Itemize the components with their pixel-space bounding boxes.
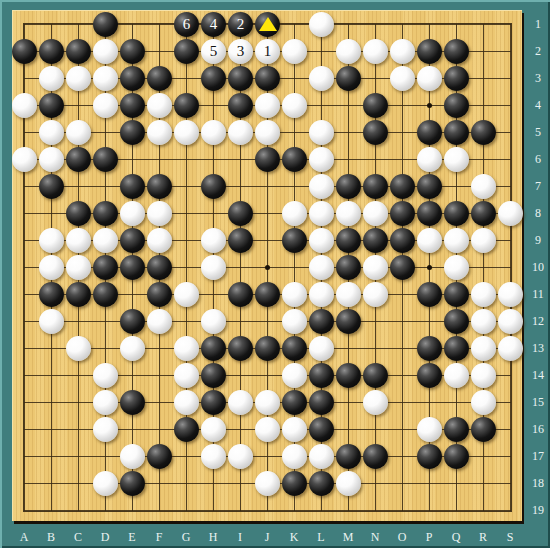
board-point[interactable] (254, 119, 281, 146)
board-point[interactable] (146, 92, 173, 119)
board-point[interactable] (200, 281, 227, 308)
board-point[interactable] (308, 92, 335, 119)
board-point[interactable] (470, 497, 497, 524)
board-point[interactable] (497, 65, 524, 92)
board-point[interactable] (254, 362, 281, 389)
board-point[interactable] (497, 173, 524, 200)
board-point[interactable] (38, 443, 65, 470)
goban[interactable]: 642531 (12, 10, 522, 521)
board-point[interactable] (335, 38, 362, 65)
board-point[interactable] (281, 227, 308, 254)
board-point[interactable] (389, 65, 416, 92)
board-point[interactable] (497, 416, 524, 443)
board-point[interactable] (254, 146, 281, 173)
board-point[interactable] (119, 146, 146, 173)
board-point[interactable] (443, 200, 470, 227)
board-point[interactable] (308, 173, 335, 200)
board-point[interactable] (335, 200, 362, 227)
board-point[interactable] (497, 497, 524, 524)
board-point[interactable] (11, 11, 38, 38)
board-point[interactable] (497, 362, 524, 389)
board-point[interactable] (416, 308, 443, 335)
board-point[interactable] (65, 254, 92, 281)
board-point[interactable] (416, 497, 443, 524)
board-point[interactable] (416, 38, 443, 65)
board-point[interactable] (470, 362, 497, 389)
board-point[interactable] (92, 200, 119, 227)
board-point[interactable] (281, 335, 308, 362)
board-point[interactable] (308, 281, 335, 308)
board-point[interactable] (119, 200, 146, 227)
board-point[interactable] (11, 38, 38, 65)
board-point[interactable] (335, 227, 362, 254)
board-point[interactable] (65, 227, 92, 254)
board-point[interactable] (335, 389, 362, 416)
board-point[interactable] (38, 227, 65, 254)
board-point[interactable] (362, 92, 389, 119)
board-point[interactable] (308, 470, 335, 497)
board-point[interactable] (146, 443, 173, 470)
board-point[interactable] (416, 335, 443, 362)
board-point[interactable] (416, 119, 443, 146)
board-point[interactable] (227, 470, 254, 497)
board-point[interactable] (335, 443, 362, 470)
board-point[interactable] (146, 200, 173, 227)
board-point[interactable] (470, 254, 497, 281)
board-point[interactable] (497, 200, 524, 227)
board-point[interactable] (200, 335, 227, 362)
board-point[interactable] (227, 443, 254, 470)
board-point[interactable] (38, 362, 65, 389)
board-point[interactable] (92, 38, 119, 65)
board-point[interactable] (362, 11, 389, 38)
board-point[interactable] (227, 308, 254, 335)
board-point[interactable] (119, 65, 146, 92)
board-point[interactable] (362, 254, 389, 281)
board-point[interactable] (173, 254, 200, 281)
board-point[interactable] (11, 497, 38, 524)
board-point[interactable] (11, 443, 38, 470)
board-point[interactable] (119, 281, 146, 308)
board-point[interactable] (92, 227, 119, 254)
board-point[interactable] (497, 92, 524, 119)
board-point[interactable] (416, 11, 443, 38)
board-point[interactable] (92, 281, 119, 308)
board-point[interactable] (11, 362, 38, 389)
board-point[interactable] (65, 38, 92, 65)
board-point[interactable] (11, 65, 38, 92)
board-point[interactable] (92, 362, 119, 389)
board-point[interactable] (308, 227, 335, 254)
board-point[interactable] (65, 308, 92, 335)
board-point[interactable] (443, 470, 470, 497)
board-point[interactable] (416, 200, 443, 227)
board-point[interactable] (119, 92, 146, 119)
board-point[interactable] (146, 38, 173, 65)
board-point[interactable] (11, 308, 38, 335)
board-point[interactable] (254, 65, 281, 92)
board-point[interactable] (146, 281, 173, 308)
board-point[interactable] (254, 389, 281, 416)
board-point[interactable] (470, 281, 497, 308)
board-point[interactable] (254, 470, 281, 497)
board-point[interactable] (335, 92, 362, 119)
board-point[interactable] (443, 173, 470, 200)
board-point[interactable] (254, 497, 281, 524)
board-point[interactable] (308, 335, 335, 362)
board-point[interactable] (227, 281, 254, 308)
board-point[interactable] (416, 146, 443, 173)
board-point[interactable] (38, 119, 65, 146)
board-point[interactable] (443, 92, 470, 119)
board-point[interactable] (146, 497, 173, 524)
board-point[interactable] (173, 281, 200, 308)
board-point[interactable] (38, 92, 65, 119)
board-point[interactable] (335, 470, 362, 497)
board-point[interactable] (200, 362, 227, 389)
board-point[interactable] (65, 281, 92, 308)
board-point[interactable] (119, 119, 146, 146)
board-point[interactable] (65, 146, 92, 173)
board-point[interactable] (173, 497, 200, 524)
board-point[interactable] (308, 11, 335, 38)
board-point[interactable] (38, 389, 65, 416)
board-point[interactable] (38, 38, 65, 65)
board-point[interactable] (389, 92, 416, 119)
board-point[interactable] (497, 146, 524, 173)
board-point[interactable] (497, 227, 524, 254)
board-point[interactable] (119, 11, 146, 38)
board-point[interactable] (146, 119, 173, 146)
board-point[interactable] (308, 65, 335, 92)
board-point[interactable] (11, 335, 38, 362)
board-point[interactable] (38, 254, 65, 281)
board-point[interactable] (227, 227, 254, 254)
board-point[interactable] (65, 362, 92, 389)
board-point[interactable] (38, 335, 65, 362)
board-point[interactable] (173, 38, 200, 65)
board-point[interactable] (443, 443, 470, 470)
board-point[interactable] (389, 200, 416, 227)
board-point[interactable] (416, 173, 443, 200)
board-point[interactable] (362, 38, 389, 65)
board-point[interactable] (281, 362, 308, 389)
board-point[interactable] (416, 254, 443, 281)
board-point[interactable] (38, 470, 65, 497)
board-point[interactable] (65, 470, 92, 497)
board-point[interactable] (362, 335, 389, 362)
board-point[interactable] (335, 362, 362, 389)
board-point[interactable] (227, 65, 254, 92)
board-point[interactable] (497, 38, 524, 65)
board-point[interactable] (281, 254, 308, 281)
board-point[interactable] (173, 335, 200, 362)
board-point[interactable] (254, 416, 281, 443)
board-point[interactable] (200, 416, 227, 443)
board-point[interactable] (281, 65, 308, 92)
board-point[interactable] (443, 65, 470, 92)
board-point[interactable] (146, 227, 173, 254)
board-point[interactable] (470, 308, 497, 335)
board-point[interactable] (38, 65, 65, 92)
board-point[interactable] (227, 389, 254, 416)
board-point[interactable] (335, 119, 362, 146)
board-point[interactable] (362, 362, 389, 389)
board-point[interactable] (497, 254, 524, 281)
board-point[interactable] (281, 416, 308, 443)
board-point[interactable] (389, 308, 416, 335)
board-point[interactable] (362, 200, 389, 227)
board-point[interactable] (335, 11, 362, 38)
board-point[interactable] (119, 389, 146, 416)
board-point[interactable] (281, 389, 308, 416)
board-point[interactable] (281, 92, 308, 119)
board-point[interactable] (389, 443, 416, 470)
board-point[interactable]: 4 (200, 11, 227, 38)
board-point[interactable] (65, 119, 92, 146)
board-point[interactable] (470, 65, 497, 92)
board-point[interactable] (146, 416, 173, 443)
board-point[interactable] (173, 470, 200, 497)
board-point[interactable] (281, 173, 308, 200)
board-point[interactable] (92, 119, 119, 146)
board-point[interactable] (497, 281, 524, 308)
board-point[interactable] (443, 362, 470, 389)
board-point[interactable] (416, 362, 443, 389)
board-point[interactable] (470, 92, 497, 119)
board-point[interactable] (200, 92, 227, 119)
board-point[interactable] (173, 92, 200, 119)
board-point[interactable] (389, 281, 416, 308)
board-point[interactable] (254, 227, 281, 254)
board-point[interactable] (281, 470, 308, 497)
board-point[interactable] (470, 227, 497, 254)
board-point[interactable]: 6 (173, 11, 200, 38)
board-point[interactable] (11, 119, 38, 146)
board-point[interactable] (200, 254, 227, 281)
board-point[interactable] (497, 335, 524, 362)
board-point[interactable] (92, 335, 119, 362)
board-point[interactable] (362, 281, 389, 308)
board-point[interactable] (119, 38, 146, 65)
board-point[interactable] (92, 470, 119, 497)
board-point[interactable] (38, 146, 65, 173)
board-point[interactable] (65, 443, 92, 470)
board-point[interactable] (11, 281, 38, 308)
board-point[interactable] (254, 173, 281, 200)
board-point[interactable] (335, 335, 362, 362)
board-point[interactable] (173, 227, 200, 254)
board-point[interactable] (470, 389, 497, 416)
board-point[interactable] (443, 335, 470, 362)
board-point[interactable] (362, 146, 389, 173)
board-point[interactable] (38, 200, 65, 227)
board-point[interactable] (308, 362, 335, 389)
board-point[interactable] (335, 308, 362, 335)
board-point[interactable] (308, 254, 335, 281)
board-point[interactable] (497, 470, 524, 497)
board-point[interactable] (119, 470, 146, 497)
board-point[interactable] (65, 11, 92, 38)
board-point[interactable] (470, 443, 497, 470)
board-point[interactable] (92, 92, 119, 119)
board-point[interactable] (11, 92, 38, 119)
board-point[interactable] (65, 335, 92, 362)
board-point[interactable] (11, 200, 38, 227)
board-point[interactable] (335, 281, 362, 308)
board-point[interactable] (443, 416, 470, 443)
board-point[interactable] (227, 362, 254, 389)
board-point[interactable] (389, 146, 416, 173)
board-point[interactable] (281, 119, 308, 146)
board-point[interactable] (443, 389, 470, 416)
board-point[interactable] (38, 11, 65, 38)
board-point[interactable] (173, 416, 200, 443)
board-point[interactable] (227, 173, 254, 200)
board-point[interactable] (335, 254, 362, 281)
board-point[interactable] (92, 173, 119, 200)
board-point[interactable] (11, 146, 38, 173)
board-point[interactable] (119, 308, 146, 335)
board-point[interactable] (92, 308, 119, 335)
board-point[interactable] (200, 173, 227, 200)
board-point[interactable] (497, 443, 524, 470)
board-point[interactable] (146, 308, 173, 335)
board-point[interactable] (65, 497, 92, 524)
board-point[interactable] (92, 443, 119, 470)
board-point[interactable] (308, 308, 335, 335)
board-point[interactable] (146, 11, 173, 38)
board-point[interactable] (92, 11, 119, 38)
board-point[interactable] (281, 281, 308, 308)
board-point[interactable] (173, 389, 200, 416)
board-point[interactable] (389, 470, 416, 497)
board-point[interactable] (416, 443, 443, 470)
board-point[interactable] (227, 497, 254, 524)
board-point[interactable] (389, 38, 416, 65)
board-point[interactable] (11, 389, 38, 416)
board-point[interactable] (389, 497, 416, 524)
board-point[interactable] (389, 362, 416, 389)
board-point[interactable] (227, 146, 254, 173)
board-point[interactable] (254, 443, 281, 470)
board-point[interactable] (362, 389, 389, 416)
board-point[interactable] (92, 146, 119, 173)
board-point[interactable] (389, 254, 416, 281)
board-point[interactable] (497, 389, 524, 416)
board-point[interactable] (65, 173, 92, 200)
board-point[interactable] (146, 146, 173, 173)
board-point[interactable] (173, 200, 200, 227)
board-point[interactable] (443, 146, 470, 173)
board-point[interactable] (443, 38, 470, 65)
board-point[interactable] (92, 65, 119, 92)
board-point[interactable] (92, 497, 119, 524)
board-point[interactable] (308, 443, 335, 470)
board-point[interactable] (470, 11, 497, 38)
board-point[interactable] (92, 389, 119, 416)
board-point[interactable] (281, 200, 308, 227)
board-point[interactable] (11, 227, 38, 254)
board-point[interactable] (443, 119, 470, 146)
board-point[interactable] (65, 92, 92, 119)
board-point[interactable] (119, 443, 146, 470)
board-point[interactable] (416, 470, 443, 497)
board-point[interactable]: 1 (254, 38, 281, 65)
board-point[interactable] (200, 146, 227, 173)
board-point[interactable] (308, 146, 335, 173)
board-point[interactable] (416, 389, 443, 416)
board-point[interactable] (281, 308, 308, 335)
board-point[interactable] (362, 65, 389, 92)
board-point[interactable] (335, 416, 362, 443)
board-point[interactable] (254, 254, 281, 281)
board-point[interactable] (335, 497, 362, 524)
board-point[interactable] (362, 443, 389, 470)
board-point[interactable] (497, 11, 524, 38)
board-point[interactable] (308, 416, 335, 443)
board-point[interactable] (146, 389, 173, 416)
board-point[interactable] (470, 119, 497, 146)
board-point[interactable] (389, 227, 416, 254)
board-point[interactable] (38, 173, 65, 200)
board-point[interactable] (389, 416, 416, 443)
board-point[interactable] (227, 335, 254, 362)
board-point[interactable]: 2 (227, 11, 254, 38)
board-point[interactable] (308, 119, 335, 146)
board-point[interactable] (200, 470, 227, 497)
board-point[interactable]: 3 (227, 38, 254, 65)
board-point[interactable] (416, 227, 443, 254)
board-point[interactable] (173, 65, 200, 92)
board-point[interactable] (254, 11, 281, 38)
board-point[interactable] (11, 254, 38, 281)
board-point[interactable] (65, 200, 92, 227)
board-point[interactable] (38, 281, 65, 308)
board-point[interactable] (119, 497, 146, 524)
board-point[interactable] (38, 308, 65, 335)
board-point[interactable] (200, 200, 227, 227)
board-point[interactable] (173, 443, 200, 470)
board-point[interactable] (146, 65, 173, 92)
board-point[interactable] (497, 308, 524, 335)
board-point[interactable] (389, 119, 416, 146)
board-point[interactable] (65, 389, 92, 416)
board-point[interactable] (200, 497, 227, 524)
board-point[interactable] (362, 497, 389, 524)
board-point[interactable] (227, 254, 254, 281)
board-point[interactable] (389, 11, 416, 38)
board-point[interactable] (335, 146, 362, 173)
board-point[interactable] (65, 65, 92, 92)
board-point[interactable] (119, 254, 146, 281)
board-point[interactable] (119, 335, 146, 362)
board-point[interactable] (362, 308, 389, 335)
board-point[interactable] (443, 308, 470, 335)
board-point[interactable] (38, 416, 65, 443)
board-point[interactable] (119, 362, 146, 389)
board-point[interactable] (146, 254, 173, 281)
board-point[interactable] (443, 497, 470, 524)
board-point[interactable] (470, 335, 497, 362)
board-point[interactable] (119, 227, 146, 254)
board-point[interactable] (362, 227, 389, 254)
board-point[interactable] (173, 146, 200, 173)
board-point[interactable] (443, 11, 470, 38)
board-point[interactable] (119, 173, 146, 200)
board-point[interactable] (146, 362, 173, 389)
board-point[interactable] (146, 173, 173, 200)
